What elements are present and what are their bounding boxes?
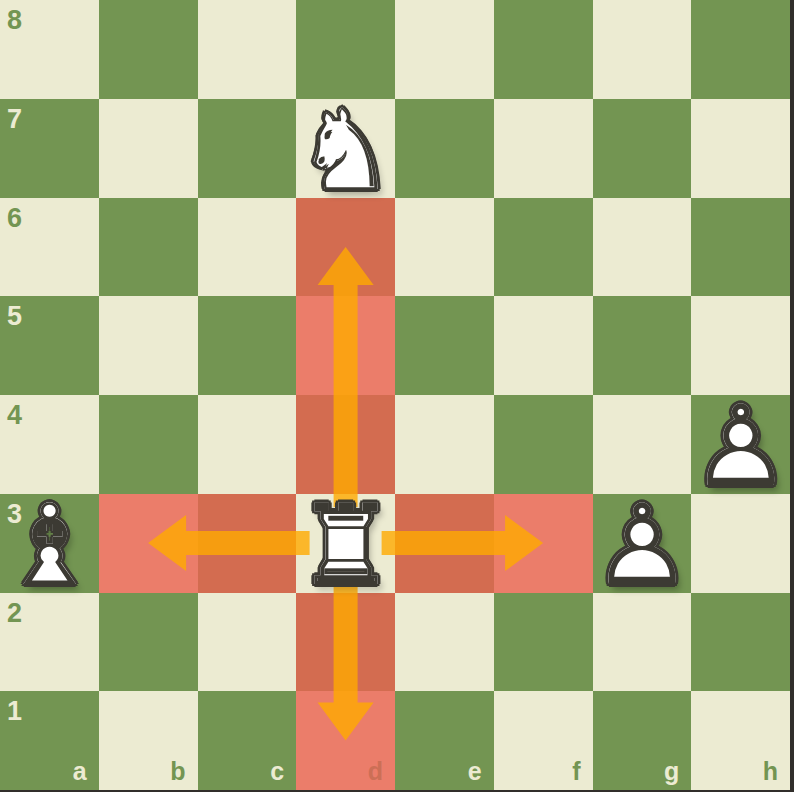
board-frame: 87654321abcdefgh ♞♘♟♙♝♗♜♖♟♙ xyxy=(0,0,794,792)
square-d8[interactable] xyxy=(296,0,395,99)
rank-label-4: 4 xyxy=(7,402,22,429)
piece-white-bishop-a3[interactable]: ♝♗ xyxy=(0,494,99,593)
piece-white-pawn-g3[interactable]: ♟♙ xyxy=(593,494,692,593)
piece-outline-detail: ♙ xyxy=(690,390,790,502)
rank-label-1: 1 xyxy=(7,698,22,725)
piece-outline-detail: ♗ xyxy=(0,489,100,601)
piece-white-rook-d3[interactable]: ♜♖ xyxy=(296,494,395,593)
highlight-d5 xyxy=(296,296,395,395)
square-c8[interactable] xyxy=(198,0,297,99)
square-f2[interactable] xyxy=(494,593,593,692)
square-f5[interactable] xyxy=(494,296,593,395)
square-a1[interactable]: 1a xyxy=(0,691,99,790)
square-f1[interactable]: f xyxy=(494,691,593,790)
highlight-b3 xyxy=(99,494,198,593)
square-b3[interactable] xyxy=(99,494,198,593)
file-label-f: f xyxy=(572,759,580,784)
square-g5[interactable] xyxy=(593,296,692,395)
square-a6[interactable]: 6 xyxy=(0,198,99,297)
square-f3[interactable] xyxy=(494,494,593,593)
square-b6[interactable] xyxy=(99,198,198,297)
file-label-d: d xyxy=(368,759,383,784)
square-b4[interactable] xyxy=(99,395,198,494)
square-d4[interactable] xyxy=(296,395,395,494)
file-label-h: h xyxy=(763,759,778,784)
square-g7[interactable] xyxy=(593,99,692,198)
square-b8[interactable] xyxy=(99,0,198,99)
white-pawn-glyph: ♟♙ xyxy=(690,390,790,502)
square-g4[interactable] xyxy=(593,395,692,494)
square-g6[interactable] xyxy=(593,198,692,297)
piece-outline-detail: ♖ xyxy=(295,489,395,601)
square-c6[interactable] xyxy=(198,198,297,297)
square-a8[interactable]: 8 xyxy=(0,0,99,99)
piece-white-pawn-h4[interactable]: ♟♙ xyxy=(691,395,790,494)
highlight-e3 xyxy=(395,494,494,593)
square-h5[interactable] xyxy=(691,296,790,395)
file-label-c: c xyxy=(270,759,284,784)
square-b2[interactable] xyxy=(99,593,198,692)
square-e7[interactable] xyxy=(395,99,494,198)
file-label-a: a xyxy=(73,759,87,784)
square-e1[interactable]: e xyxy=(395,691,494,790)
square-b5[interactable] xyxy=(99,296,198,395)
square-f8[interactable] xyxy=(494,0,593,99)
square-b7[interactable] xyxy=(99,99,198,198)
rank-label-6: 6 xyxy=(7,205,22,232)
square-h8[interactable] xyxy=(691,0,790,99)
square-f4[interactable] xyxy=(494,395,593,494)
square-c2[interactable] xyxy=(198,593,297,692)
square-c1[interactable]: c xyxy=(198,691,297,790)
square-d1[interactable]: d xyxy=(296,691,395,790)
square-e2[interactable] xyxy=(395,593,494,692)
square-h2[interactable] xyxy=(691,593,790,692)
square-c5[interactable] xyxy=(198,296,297,395)
file-label-g: g xyxy=(664,759,679,784)
square-e8[interactable] xyxy=(395,0,494,99)
white-pawn-glyph: ♟♙ xyxy=(592,489,692,601)
highlight-d4 xyxy=(296,395,395,494)
square-h1[interactable]: h xyxy=(691,691,790,790)
rank-label-5: 5 xyxy=(7,303,22,330)
square-h6[interactable] xyxy=(691,198,790,297)
piece-outline-detail: ♘ xyxy=(295,94,395,206)
square-e5[interactable] xyxy=(395,296,494,395)
rank-label-8: 8 xyxy=(7,7,22,34)
square-e4[interactable] xyxy=(395,395,494,494)
piece-outline-detail: ♙ xyxy=(592,489,692,601)
square-f7[interactable] xyxy=(494,99,593,198)
rank-label-7: 7 xyxy=(7,106,22,133)
white-rook-glyph: ♜♖ xyxy=(295,489,395,601)
file-label-b: b xyxy=(170,759,185,784)
piece-white-knight-d7[interactable]: ♞♘ xyxy=(296,99,395,198)
white-bishop-glyph: ♝♗ xyxy=(0,489,100,601)
square-b1[interactable]: b xyxy=(99,691,198,790)
highlight-c3 xyxy=(198,494,297,593)
square-e6[interactable] xyxy=(395,198,494,297)
highlight-f3 xyxy=(494,494,593,593)
square-f6[interactable] xyxy=(494,198,593,297)
square-a7[interactable]: 7 xyxy=(0,99,99,198)
square-a4[interactable]: 4 xyxy=(0,395,99,494)
square-c7[interactable] xyxy=(198,99,297,198)
square-c4[interactable] xyxy=(198,395,297,494)
square-d5[interactable] xyxy=(296,296,395,395)
file-label-e: e xyxy=(468,759,482,784)
square-h7[interactable] xyxy=(691,99,790,198)
square-e3[interactable] xyxy=(395,494,494,593)
square-g1[interactable]: g xyxy=(593,691,692,790)
square-a5[interactable]: 5 xyxy=(0,296,99,395)
square-c3[interactable] xyxy=(198,494,297,593)
square-g8[interactable] xyxy=(593,0,692,99)
white-knight-glyph: ♞♘ xyxy=(295,94,395,206)
